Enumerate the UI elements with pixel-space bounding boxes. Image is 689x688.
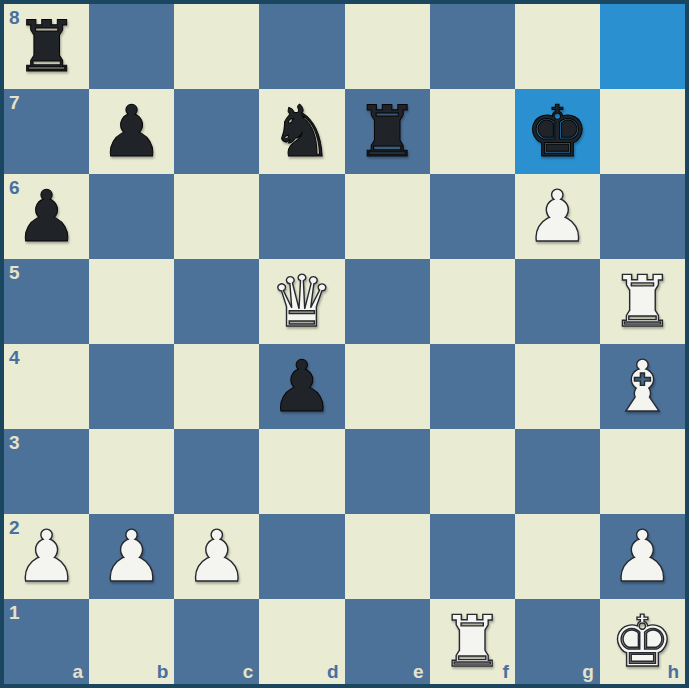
white-rook-piece[interactable]: ♜ [611, 266, 675, 337]
square-b4[interactable] [89, 344, 174, 429]
square-f5[interactable] [430, 259, 515, 344]
square-c6[interactable] [174, 174, 259, 259]
square-h1[interactable]: ♚h [600, 599, 685, 684]
square-c1[interactable]: c [174, 599, 259, 684]
white-queen-piece[interactable]: ♛ [270, 266, 334, 337]
square-c8[interactable] [174, 4, 259, 89]
square-g4[interactable] [515, 344, 600, 429]
file-label-d: d [327, 662, 339, 681]
rank-label-3: 3 [9, 433, 20, 452]
square-f3[interactable] [430, 429, 515, 514]
square-d5[interactable]: ♛ [259, 259, 344, 344]
square-f6[interactable] [430, 174, 515, 259]
square-d2[interactable] [259, 514, 344, 599]
rank-label-7: 7 [9, 93, 20, 112]
square-h4[interactable]: ♝ [600, 344, 685, 429]
square-h8[interactable] [600, 4, 685, 89]
black-knight-piece[interactable]: ♞ [270, 96, 334, 167]
square-f8[interactable] [430, 4, 515, 89]
square-f4[interactable] [430, 344, 515, 429]
square-a8[interactable]: ♜8 [4, 4, 89, 89]
square-c4[interactable] [174, 344, 259, 429]
square-g3[interactable] [515, 429, 600, 514]
square-f7[interactable] [430, 89, 515, 174]
black-rook-piece[interactable]: ♜ [15, 11, 79, 82]
square-b3[interactable] [89, 429, 174, 514]
square-e4[interactable] [345, 344, 430, 429]
chess-board: ♜87♟♞♜♚♟6♟5♛♜4♟♝3♟2♟♟♟1abcde♜fg♚h [4, 4, 685, 684]
square-e8[interactable] [345, 4, 430, 89]
square-d6[interactable] [259, 174, 344, 259]
file-label-c: c [243, 662, 254, 681]
square-c3[interactable] [174, 429, 259, 514]
square-h5[interactable]: ♜ [600, 259, 685, 344]
square-e1[interactable]: e [345, 599, 430, 684]
white-pawn-piece[interactable]: ♟ [525, 181, 589, 252]
square-e6[interactable] [345, 174, 430, 259]
white-pawn-piece[interactable]: ♟ [611, 521, 675, 592]
file-label-g: g [582, 662, 594, 681]
file-label-a: a [73, 662, 84, 681]
black-rook-piece[interactable]: ♜ [355, 96, 419, 167]
square-a5[interactable]: 5 [4, 259, 89, 344]
white-pawn-piece[interactable]: ♟ [185, 521, 249, 592]
square-f2[interactable] [430, 514, 515, 599]
square-h3[interactable] [600, 429, 685, 514]
square-h6[interactable] [600, 174, 685, 259]
square-a3[interactable]: 3 [4, 429, 89, 514]
square-g6[interactable]: ♟ [515, 174, 600, 259]
rank-label-5: 5 [9, 263, 20, 282]
square-g2[interactable] [515, 514, 600, 599]
white-king-piece[interactable]: ♚ [611, 606, 675, 677]
rank-label-1: 1 [9, 603, 20, 622]
black-pawn-piece[interactable]: ♟ [100, 96, 164, 167]
square-d3[interactable] [259, 429, 344, 514]
square-a2[interactable]: ♟2 [4, 514, 89, 599]
square-b8[interactable] [89, 4, 174, 89]
square-c2[interactable]: ♟ [174, 514, 259, 599]
black-pawn-piece[interactable]: ♟ [15, 181, 79, 252]
square-g1[interactable]: g [515, 599, 600, 684]
square-b2[interactable]: ♟ [89, 514, 174, 599]
square-g5[interactable] [515, 259, 600, 344]
white-rook-piece[interactable]: ♜ [440, 606, 504, 677]
square-e5[interactable] [345, 259, 430, 344]
square-g7[interactable]: ♚ [515, 89, 600, 174]
square-c5[interactable] [174, 259, 259, 344]
square-b7[interactable]: ♟ [89, 89, 174, 174]
square-a4[interactable]: 4 [4, 344, 89, 429]
square-g8[interactable] [515, 4, 600, 89]
square-h2[interactable]: ♟ [600, 514, 685, 599]
square-d1[interactable]: d [259, 599, 344, 684]
square-a7[interactable]: 7 [4, 89, 89, 174]
chess-board-frame: ♜87♟♞♜♚♟6♟5♛♜4♟♝3♟2♟♟♟1abcde♜fg♚h [0, 0, 689, 688]
square-d4[interactable]: ♟ [259, 344, 344, 429]
black-pawn-piece[interactable]: ♟ [270, 351, 334, 422]
square-d8[interactable] [259, 4, 344, 89]
square-e3[interactable] [345, 429, 430, 514]
square-b6[interactable] [89, 174, 174, 259]
square-c7[interactable] [174, 89, 259, 174]
white-pawn-piece[interactable]: ♟ [15, 521, 79, 592]
square-f1[interactable]: ♜f [430, 599, 515, 684]
square-a6[interactable]: ♟6 [4, 174, 89, 259]
square-b5[interactable] [89, 259, 174, 344]
file-label-b: b [157, 662, 169, 681]
square-d7[interactable]: ♞ [259, 89, 344, 174]
rank-label-4: 4 [9, 348, 20, 367]
square-e2[interactable] [345, 514, 430, 599]
white-bishop-piece[interactable]: ♝ [611, 351, 675, 422]
square-a1[interactable]: 1a [4, 599, 89, 684]
white-pawn-piece[interactable]: ♟ [100, 521, 164, 592]
square-e7[interactable]: ♜ [345, 89, 430, 174]
square-h7[interactable] [600, 89, 685, 174]
square-b1[interactable]: b [89, 599, 174, 684]
file-label-e: e [413, 662, 424, 681]
black-king-piece[interactable]: ♚ [525, 96, 589, 167]
